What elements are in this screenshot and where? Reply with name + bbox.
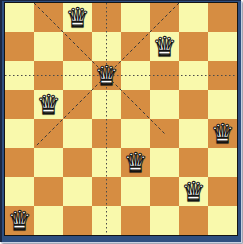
white-queen-f7: ♛ <box>150 32 179 61</box>
white-queen-e3: ♛ <box>121 148 150 177</box>
chess-diagram: ♛♛♛♛♛♛♛♛ <box>0 0 243 244</box>
pieces-layer: ♛♛♛♛♛♛♛♛ <box>5 3 237 235</box>
white-queen-h4: ♛ <box>208 119 237 148</box>
white-queen-a1: ♛ <box>5 206 34 235</box>
white-queen-g2: ♛ <box>179 177 208 206</box>
white-queen-d6: ♛ <box>92 61 121 90</box>
board-frame: ♛♛♛♛♛♛♛♛ <box>0 0 241 242</box>
white-queen-c8: ♛ <box>63 3 92 32</box>
chess-board: ♛♛♛♛♛♛♛♛ <box>4 2 238 236</box>
white-queen-b5: ♛ <box>34 90 63 119</box>
